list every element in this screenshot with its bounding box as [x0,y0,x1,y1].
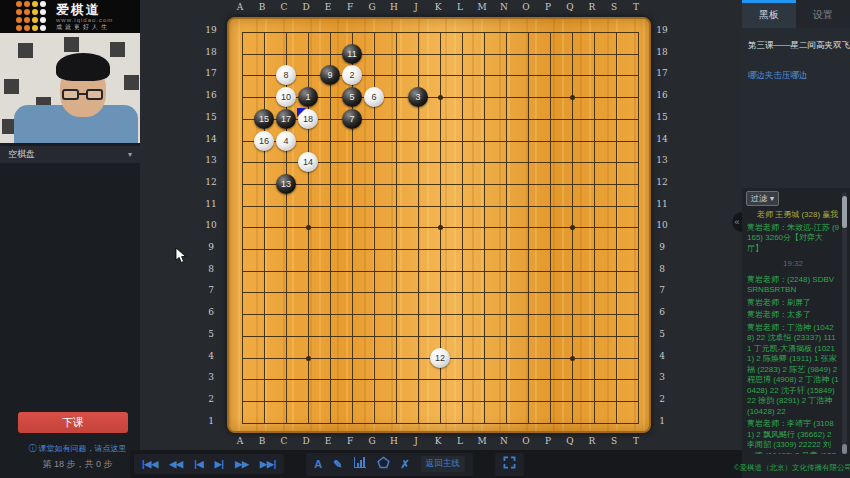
glasses-icon [86,89,103,100]
chat-message: 黄岩老师：(2248) SDBVSRNBSRTBN [747,275,839,296]
scrollbar-thumb[interactable] [842,196,847,228]
stone-J16[interactable]: 3 [408,87,428,107]
info-icon: ⓘ [28,444,36,453]
stone-E17[interactable]: 9 [320,65,340,85]
pentagon-icon[interactable] [377,456,390,473]
chat-message: 黄岩老师：刷屏了 [747,298,839,309]
coordinate-label-col: T [627,436,645,446]
stone-move-number: 6 [371,92,376,102]
stone-move-number: 4 [283,136,288,146]
chat-scrollbar[interactable] [842,192,847,454]
star-point [438,95,443,100]
coordinate-label-row: 5 [653,329,671,339]
stone-move-number: 13 [281,179,291,189]
coordinate-label-col: A [231,2,249,12]
grid-line [638,32,639,424]
coordinate-label-row: 1 [653,416,671,426]
stone-F18[interactable]: 11 [342,44,362,64]
nav-back-one-button[interactable]: |◀ [194,457,203,471]
coordinate-label-col: R [583,436,601,446]
board-preset-select[interactable]: 空棋盘 ▾ [0,146,140,163]
coordinate-label-col: L [451,436,469,446]
logo-dot [16,1,22,7]
grid-line [242,423,639,424]
stone-move-number: 8 [283,70,288,80]
scrollbar-end[interactable] [842,444,847,454]
wallpaper-goboard-pattern [64,37,79,52]
coordinate-label-row: 9 [202,242,220,252]
coordinate-label-col: Q [561,436,579,446]
lesson-subtitle: 哪边夹击压哪边 [748,70,844,82]
board-area: 123456789101112131415161718 AABBCCDDEEFF… [140,0,742,478]
tab-settings[interactable]: 设置 [796,0,850,28]
coordinate-label-col: E [319,2,337,12]
coordinate-label-row: 5 [202,329,220,339]
logo-dot [24,9,30,15]
coordinate-label-row: 3 [653,372,671,382]
stone-F17[interactable]: 2 [342,65,362,85]
coordinate-label-row: 16 [653,90,671,100]
coordinate-label-row: 9 [653,242,671,252]
coordinate-label-row: 7 [202,285,220,295]
coordinate-label-row: 7 [653,285,671,295]
coordinate-label-row: 16 [202,90,220,100]
coordinate-label-col: N [495,2,513,12]
chat-message: 老师 王勇城 (328) 赢我 [747,210,839,221]
logo-dot [32,17,38,23]
coordinate-label-col: R [583,2,601,12]
sidebar-tabs: 黑板 设置 [742,0,850,28]
logo-dot [16,17,22,23]
grid-line [242,271,639,272]
coordinate-label-col: H [385,436,403,446]
coordinate-label-col: C [275,2,293,12]
chat-filter-dropdown[interactable]: 过滤 ▾ [746,191,779,206]
stone-move-number: 3 [415,92,420,102]
coordinate-label-row: 11 [653,199,671,209]
grid-line [550,32,551,424]
coordinate-label-row: 19 [202,25,220,35]
coordinate-label-col: C [275,436,293,446]
stone-move-number: 7 [349,114,354,124]
caret-down-icon: ▾ [128,146,132,163]
chat-message: 黄岩老师：李靖宇 (31081) 2 飘风颸行 (36662) 2 李闻韶 (3… [747,419,839,454]
coordinate-label-col: B [253,436,271,446]
coordinate-label-col: A [231,436,249,446]
coordinate-label-col: M [473,2,491,12]
coordinate-label-col: D [297,436,315,446]
grid-line [242,379,639,380]
lesson-title: 第三课——星二间高夹双飞燕 [748,40,844,52]
stone-C17[interactable]: 8 [276,65,296,85]
logo-dots-icon [16,1,48,33]
logo-dot [32,9,38,15]
stone-F15[interactable]: 7 [342,109,362,129]
stone-move-number: 10 [281,92,291,102]
fullscreen-icon[interactable] [503,456,516,473]
coordinate-label-row: 10 [653,220,671,230]
stone-move-number: 16 [259,136,269,146]
back-to-mainline-button[interactable]: 返回主线 [421,456,465,472]
stone-move-number: 15 [259,114,269,124]
tab-blackboard[interactable]: 黑板 [742,0,796,28]
coordinate-label-col: G [363,436,381,446]
left-sidebar: 爱棋道 www.iqidao.com 成就更好人生 空棋盘 ▾ 下课 ⓘ 课堂如… [0,0,140,478]
brand-header: 爱棋道 www.iqidao.com 成就更好人生 [0,0,140,33]
brand-slogan: 成就更好人生 [56,24,113,31]
bar-chart-icon[interactable] [354,457,366,471]
grid-line [616,32,617,424]
coordinate-label-row: 8 [653,264,671,274]
coordinate-label-row: 3 [202,372,220,382]
stone-move-number: 1 [305,92,310,102]
annotation-tool-group: A ✎ ✗ 返回主线 [306,453,472,476]
coordinate-label-row: 12 [202,177,220,187]
go-board[interactable]: 123456789101112131415161718 [227,17,651,433]
playback-toolbar: |◀◀◀◀|◀▶|▶▶▶▶| A ✎ ✗ 返回主线 [130,450,742,478]
coordinate-label-row: 13 [653,155,671,165]
stone-move-number: 17 [281,114,291,124]
stone-move-number: 5 [349,92,354,102]
stone-D13[interactable]: 14 [298,152,318,172]
coordinate-label-col: H [385,2,403,12]
coordinate-label-row: 15 [202,112,220,122]
grid-line [242,249,639,250]
nav-forward-one-button[interactable]: ▶| [215,457,224,471]
coordinate-label-row: 2 [653,394,671,404]
right-sidebar: 黑板 设置 第三课——星二间高夹双飞燕 哪边夹击压哪边 过滤 ▾ 老师 王勇城 … [742,0,850,478]
logo-dot [40,1,46,7]
glasses-bridge [79,93,87,95]
board-preset-value: 空棋盘 [8,146,35,163]
coordinate-label-row: 17 [653,68,671,78]
stone-F16[interactable]: 5 [342,87,362,107]
coordinate-label-row: 17 [202,68,220,78]
coordinate-label-row: 4 [653,351,671,361]
star-point [570,225,575,230]
grid-line [528,32,529,424]
wallpaper-goboard-pattern [18,43,33,58]
coordinate-label-col: M [473,436,491,446]
logo: 爱棋道 www.iqidao.com 成就更好人生 [56,3,113,30]
chat-message: 黄岩老师：朱致远-江苏 (9165) 3260分【对弈大厅】 [747,223,839,255]
coordinate-label-col: L [451,2,469,12]
grid-line [484,32,485,424]
chat-message-list: 老师 王勇城 (328) 赢我黄岩老师：朱致远-江苏 (9165) 3260分【… [747,210,839,454]
stone-move-number: 2 [349,70,354,80]
chat-timestamp: 19:32 [747,259,839,270]
stone-move-number: 11 [347,49,356,59]
help-text: 课堂如有问题，请点这里 [39,444,127,453]
coordinate-label-col: T [627,2,645,12]
grid-line [242,292,639,293]
logo-dot [40,17,46,23]
filter-label: 过滤 [751,193,767,204]
copyright-notice: ©爱棋道（北京）文化传播有限公司 [734,463,850,473]
coordinate-label-row: 15 [653,112,671,122]
coordinate-label-row: 6 [653,307,671,317]
logo-dot [16,9,22,15]
last-move-marker-icon [297,108,306,117]
grid-line [242,314,639,315]
end-class-button[interactable]: 下课 [18,412,128,433]
coordinate-label-row: 18 [653,47,671,57]
coordinate-label-row: 1 [202,416,220,426]
coordinate-label-row: 14 [653,134,671,144]
nav-first-button[interactable]: |◀◀ [142,457,158,471]
brand-url: www.iqidao.com [56,17,113,24]
coordinate-label-row: 12 [653,177,671,187]
coordinate-label-col: J [407,436,425,446]
stone-K4[interactable]: 12 [430,348,450,368]
logo-dot [24,1,30,7]
wallpaper-goboard-pattern [124,75,139,90]
stone-D15[interactable]: 18 [298,109,318,129]
coordinate-label-row: 11 [202,199,220,209]
coordinate-label-col: D [297,2,315,12]
mouse-cursor [175,247,187,264]
grid-line [242,336,639,337]
coordinate-label-col: E [319,436,337,446]
coordinate-label-row: 10 [202,220,220,230]
logo-dot [24,17,30,23]
coordinate-label-col: Q [561,2,579,12]
stone-move-number: 14 [303,157,313,167]
caret-down-icon: ▾ [770,194,774,203]
coordinate-label-row: 6 [202,307,220,317]
blackboard-panel: 第三课——星二间高夹双飞燕 哪边夹击压哪边 [742,28,850,188]
star-point [306,225,311,230]
coordinate-label-row: 4 [202,351,220,361]
stone-D16[interactable]: 1 [298,87,318,107]
wallpaper-goboard-pattern [110,42,125,57]
teacher-webcam-video[interactable] [0,33,140,143]
coordinate-label-row: 14 [202,134,220,144]
view-button-group [495,453,524,476]
star-point [570,95,575,100]
wallpaper-goboard-pattern [4,79,19,94]
grid-line [594,32,595,424]
glasses-icon [62,89,79,100]
grid-line [506,32,507,424]
stone-move-number: 12 [435,353,445,363]
stone-C14[interactable]: 4 [276,131,296,151]
coordinate-label-row: 8 [202,264,220,274]
logo-dot [40,9,46,15]
stone-move-number: 9 [327,70,332,80]
coordinate-label-col: G [363,2,381,12]
stone-C16[interactable]: 10 [276,87,296,107]
stone-B15[interactable]: 15 [254,109,274,129]
coordinate-label-row: 18 [202,47,220,57]
stone-C15[interactable]: 17 [276,109,296,129]
coordinate-label-col: P [539,2,557,12]
coordinate-label-col: K [429,436,447,446]
stone-G16[interactable]: 6 [364,87,384,107]
chat-panel: 过滤 ▾ 老师 王勇城 (328) 赢我黄岩老师：朱致远-江苏 (9165) 3… [742,188,850,456]
coordinate-label-col: N [495,436,513,446]
nav-last-button[interactable]: ▶▶| [260,457,276,471]
chat-message: 黄岩老师：丁浩神 (10428) 22 沈卓恒 (23337) 1111 丁元凯… [747,323,839,418]
brush-tool[interactable]: ✎ [333,457,342,471]
nav-forward-fast-button[interactable]: ▶▶ [235,457,249,471]
coordinate-label-row: 13 [202,155,220,165]
coordinate-label-col: S [605,2,623,12]
grid-line [242,401,639,402]
coordinate-label-col: F [341,2,359,12]
coordinate-label-col: K [429,2,447,12]
grid-line [462,32,463,424]
star-point [570,356,575,361]
logo-dot [24,25,30,31]
logo-dot [16,25,22,31]
coordinate-label-col: S [605,436,623,446]
star-point [306,356,311,361]
coordinate-label-col: J [407,2,425,12]
coordinate-label-col: P [539,436,557,446]
delete-marks-tool[interactable]: ✗ [401,457,410,471]
chat-message: 黄岩老师：太多了 [747,310,839,321]
coordinate-label-col: O [517,2,535,12]
coordinate-label-col: O [517,436,535,446]
coordinate-label-row: 19 [653,25,671,35]
teacher-hair [56,53,110,81]
logo-dot [32,1,38,7]
star-point [438,225,443,230]
coordinate-label-col: B [253,2,271,12]
stone-B14[interactable]: 16 [254,131,274,151]
brand-name: 爱棋道 [56,3,113,17]
logo-dot [32,25,38,31]
stone-C12[interactable]: 13 [276,174,296,194]
text-annotation-tool[interactable]: A [314,457,322,471]
logo-dot [40,25,46,31]
coordinate-label-col: F [341,436,359,446]
coordinate-label-row: 2 [202,394,220,404]
nav-back-fast-button[interactable]: ◀◀ [169,457,183,471]
nav-button-group: |◀◀◀◀|◀▶|▶▶▶▶| [134,454,284,474]
